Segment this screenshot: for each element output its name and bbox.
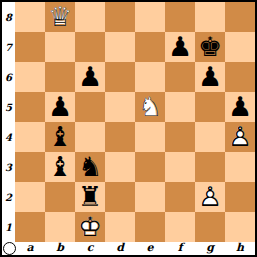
square-g5[interactable] [195, 92, 225, 122]
square-b3[interactable]: ♝ [45, 152, 75, 182]
square-e1[interactable] [135, 212, 165, 242]
black-rook-c2: ♜ [75, 182, 105, 212]
square-d3[interactable] [105, 152, 135, 182]
square-b4[interactable]: ♝ [45, 122, 75, 152]
square-g6[interactable]: ♟ [195, 62, 225, 92]
file-label-e: e [135, 242, 165, 255]
square-f3[interactable] [165, 152, 195, 182]
square-c2[interactable]: ♜ [75, 182, 105, 212]
square-a3[interactable] [15, 152, 45, 182]
square-e4[interactable] [135, 122, 165, 152]
black-pawn-g6: ♟ [195, 62, 225, 92]
square-a5[interactable] [15, 92, 45, 122]
square-a1[interactable] [15, 212, 45, 242]
square-h2[interactable] [225, 182, 255, 212]
rank-label-5: 5 [2, 92, 15, 122]
square-h8[interactable] [225, 2, 255, 32]
square-b1[interactable] [45, 212, 75, 242]
square-d8[interactable] [105, 2, 135, 32]
square-a8[interactable] [15, 2, 45, 32]
square-h4[interactable]: ♟♙ [225, 122, 255, 152]
square-e8[interactable] [135, 2, 165, 32]
white-pawn-h4: ♟♙ [225, 122, 255, 152]
square-e3[interactable] [135, 152, 165, 182]
square-c4[interactable] [75, 122, 105, 152]
square-a2[interactable] [15, 182, 45, 212]
square-c8[interactable] [75, 2, 105, 32]
square-b2[interactable] [45, 182, 75, 212]
black-bishop-b4: ♝ [45, 122, 75, 152]
rank-label-6: 6 [2, 62, 15, 92]
square-c7[interactable] [75, 32, 105, 62]
rank-labels: 87654321 [2, 2, 15, 242]
white-knight-e5: ♞♘ [135, 92, 165, 122]
rank-label-8: 8 [2, 2, 15, 32]
square-d4[interactable] [105, 122, 135, 152]
chess-board: ♛♕♟♚♟♟♟♞♘♟♝♟♙♝♞♜♟♙♚♔ [15, 2, 255, 242]
white-pawn-g2: ♟♙ [195, 182, 225, 212]
square-f4[interactable] [165, 122, 195, 152]
file-label-c: c [75, 242, 105, 255]
square-c6[interactable]: ♟ [75, 62, 105, 92]
square-d1[interactable] [105, 212, 135, 242]
square-a4[interactable] [15, 122, 45, 152]
square-f5[interactable] [165, 92, 195, 122]
chess-diagram: 87654321 ♛♕♟♚♟♟♟♞♘♟♝♟♙♝♞♜♟♙♚♔ abcdefgh [0, 0, 257, 257]
rank-label-3: 3 [2, 152, 15, 182]
square-f2[interactable] [165, 182, 195, 212]
white-queen-b8: ♛♕ [45, 2, 75, 32]
square-h3[interactable] [225, 152, 255, 182]
rank-label-7: 7 [2, 32, 15, 62]
square-d5[interactable] [105, 92, 135, 122]
file-label-b: b [45, 242, 75, 255]
square-f6[interactable] [165, 62, 195, 92]
square-e5[interactable]: ♞♘ [135, 92, 165, 122]
file-label-g: g [195, 242, 225, 255]
square-e2[interactable] [135, 182, 165, 212]
black-pawn-b5: ♟ [45, 92, 75, 122]
square-f8[interactable] [165, 2, 195, 32]
file-label-f: f [165, 242, 195, 255]
square-c1[interactable]: ♚♔ [75, 212, 105, 242]
square-g3[interactable] [195, 152, 225, 182]
black-bishop-b3: ♝ [45, 152, 75, 182]
file-labels: abcdefgh [15, 242, 255, 255]
square-d2[interactable] [105, 182, 135, 212]
rank-label-4: 4 [2, 122, 15, 152]
rank-label-1: 1 [2, 212, 15, 242]
square-b5[interactable]: ♟ [45, 92, 75, 122]
square-g1[interactable] [195, 212, 225, 242]
square-f1[interactable] [165, 212, 195, 242]
square-g8[interactable] [195, 2, 225, 32]
square-c5[interactable] [75, 92, 105, 122]
square-d6[interactable] [105, 62, 135, 92]
square-a7[interactable] [15, 32, 45, 62]
square-e7[interactable] [135, 32, 165, 62]
square-h7[interactable] [225, 32, 255, 62]
file-label-a: a [15, 242, 45, 255]
rank-label-2: 2 [2, 182, 15, 212]
file-label-h: h [225, 242, 255, 255]
square-g4[interactable] [195, 122, 225, 152]
square-c3[interactable]: ♞ [75, 152, 105, 182]
square-d7[interactable] [105, 32, 135, 62]
square-h6[interactable] [225, 62, 255, 92]
file-label-d: d [105, 242, 135, 255]
square-b6[interactable] [45, 62, 75, 92]
black-pawn-h5: ♟ [225, 92, 255, 122]
square-h1[interactable] [225, 212, 255, 242]
square-a6[interactable] [15, 62, 45, 92]
square-h5[interactable]: ♟ [225, 92, 255, 122]
square-g7[interactable]: ♚ [195, 32, 225, 62]
white-king-c1: ♚♔ [75, 212, 105, 242]
black-knight-c3: ♞ [75, 152, 105, 182]
square-b8[interactable]: ♛♕ [45, 2, 75, 32]
black-king-g7: ♚ [195, 32, 225, 62]
square-g2[interactable]: ♟♙ [195, 182, 225, 212]
black-pawn-c6: ♟ [75, 62, 105, 92]
square-f7[interactable]: ♟ [165, 32, 195, 62]
black-pawn-f7: ♟ [165, 32, 195, 62]
white-to-move-indicator [3, 242, 16, 255]
square-b7[interactable] [45, 32, 75, 62]
square-e6[interactable] [135, 62, 165, 92]
